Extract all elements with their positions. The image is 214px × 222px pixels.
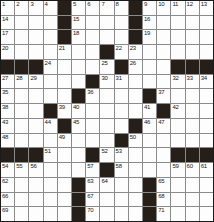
clue-number: 56 bbox=[30, 163, 36, 170]
crossword-cell[interactable]: 6 bbox=[86, 1, 99, 15]
crossword-cell[interactable] bbox=[186, 104, 199, 118]
crossword-cell[interactable]: 30 bbox=[100, 75, 113, 89]
crossword-cell[interactable]: 65 bbox=[157, 178, 170, 192]
crossword-cell[interactable]: 69 bbox=[1, 207, 14, 221]
crossword-cell[interactable]: 25 bbox=[100, 60, 113, 74]
crossword-cell[interactable] bbox=[29, 30, 42, 44]
clue-number: 54 bbox=[2, 163, 8, 170]
clue-number: 63 bbox=[87, 178, 93, 185]
crossword-cell[interactable]: 51 bbox=[44, 148, 57, 162]
clue-number: 29 bbox=[30, 75, 36, 82]
clue-number: 51 bbox=[45, 148, 51, 155]
crossword-cell[interactable] bbox=[157, 134, 170, 148]
crossword-cell[interactable]: 3 bbox=[29, 1, 42, 15]
black-square bbox=[58, 119, 71, 133]
crossword-cell[interactable]: 28 bbox=[15, 75, 28, 89]
crossword-cell[interactable] bbox=[29, 193, 42, 207]
crossword-cell[interactable] bbox=[44, 16, 57, 30]
clue-number: 66 bbox=[2, 193, 8, 200]
clue-number: 43 bbox=[2, 119, 8, 126]
crossword-cell[interactable] bbox=[186, 119, 199, 133]
crossword-cell[interactable]: 32 bbox=[171, 75, 184, 89]
crossword-cell[interactable] bbox=[200, 16, 213, 30]
crossword-cell[interactable] bbox=[143, 75, 156, 89]
crossword-cell[interactable] bbox=[58, 75, 71, 89]
black-square bbox=[143, 193, 156, 207]
crossword-cell[interactable] bbox=[15, 193, 28, 207]
crossword-cell[interactable] bbox=[171, 89, 184, 103]
crossword-cell[interactable]: 56 bbox=[29, 163, 42, 177]
crossword-cell[interactable] bbox=[15, 104, 28, 118]
crossword-cell[interactable]: 49 bbox=[58, 134, 71, 148]
clue-number: 8 bbox=[116, 1, 119, 8]
crossword-cell[interactable] bbox=[72, 148, 85, 162]
black-square bbox=[100, 163, 113, 177]
black-square bbox=[86, 148, 99, 162]
crossword-cell[interactable]: 71 bbox=[157, 207, 170, 221]
crossword-cell[interactable]: 62 bbox=[1, 178, 14, 192]
crossword-cell[interactable] bbox=[15, 16, 28, 30]
crossword-cell[interactable] bbox=[29, 134, 42, 148]
crossword-cell[interactable] bbox=[157, 148, 170, 162]
black-square bbox=[72, 89, 85, 103]
black-square bbox=[58, 16, 71, 30]
crossword-cell[interactable] bbox=[200, 193, 213, 207]
clue-number: 25 bbox=[101, 60, 107, 67]
clue-number: 7 bbox=[101, 1, 104, 8]
crossword-cell[interactable]: 59 bbox=[171, 163, 184, 177]
crossword-cell[interactable]: 18 bbox=[72, 30, 85, 44]
clue-number: 46 bbox=[144, 119, 150, 126]
crossword-cell[interactable] bbox=[186, 30, 199, 44]
black-square bbox=[186, 60, 199, 74]
crossword-cell[interactable] bbox=[72, 134, 85, 148]
crossword-cell[interactable]: 38 bbox=[1, 104, 14, 118]
crossword-cell[interactable] bbox=[115, 104, 128, 118]
crossword-cell[interactable] bbox=[115, 89, 128, 103]
clue-number: 37 bbox=[158, 89, 164, 96]
black-square bbox=[29, 148, 42, 162]
crossword-cell[interactable] bbox=[15, 119, 28, 133]
crossword-cell[interactable]: 64 bbox=[100, 178, 113, 192]
black-square bbox=[29, 60, 42, 74]
crossword-cell[interactable]: 29 bbox=[29, 75, 42, 89]
crossword-cell[interactable]: 68 bbox=[157, 193, 170, 207]
crossword-cell[interactable]: 33 bbox=[186, 75, 199, 89]
black-square bbox=[171, 60, 184, 74]
crossword-cell[interactable] bbox=[200, 89, 213, 103]
clue-number: 1 bbox=[2, 1, 5, 8]
crossword-cell[interactable] bbox=[86, 134, 99, 148]
clue-number: 60 bbox=[187, 163, 193, 170]
crossword-cell[interactable]: 1 bbox=[1, 1, 14, 15]
crossword-cell[interactable] bbox=[86, 60, 99, 74]
clue-number: 23 bbox=[130, 45, 136, 52]
crossword-cell[interactable]: 43 bbox=[1, 119, 14, 133]
crossword-cell[interactable] bbox=[86, 45, 99, 59]
clue-number: 71 bbox=[158, 207, 164, 214]
crossword-cell[interactable] bbox=[157, 60, 170, 74]
clue-number: 17 bbox=[2, 30, 8, 37]
crossword-cell[interactable]: 4 bbox=[44, 1, 57, 15]
crossword-cell[interactable] bbox=[157, 45, 170, 59]
crossword-cell[interactable]: 34 bbox=[200, 75, 213, 89]
crossword-board: 1234567891011121314151617181920212223242… bbox=[0, 0, 214, 222]
crossword-cell[interactable] bbox=[86, 16, 99, 30]
black-square bbox=[143, 207, 156, 221]
crossword-cell[interactable] bbox=[186, 207, 199, 221]
crossword-cell[interactable] bbox=[143, 134, 156, 148]
black-square bbox=[58, 1, 71, 15]
crossword-cell[interactable]: 63 bbox=[86, 178, 99, 192]
black-square bbox=[15, 60, 28, 74]
black-square bbox=[1, 148, 14, 162]
clue-number: 5 bbox=[73, 1, 76, 8]
crossword-cell[interactable] bbox=[29, 178, 42, 192]
clue-number: 69 bbox=[2, 207, 8, 214]
clue-number: 13 bbox=[201, 1, 207, 8]
clue-number: 12 bbox=[187, 1, 193, 8]
crossword-cell[interactable]: 5 bbox=[72, 1, 85, 15]
crossword-cell[interactable]: 14 bbox=[1, 16, 14, 30]
clue-number: 14 bbox=[2, 16, 8, 23]
crossword-cell[interactable] bbox=[171, 134, 184, 148]
crossword-cell[interactable] bbox=[115, 16, 128, 30]
clue-number: 64 bbox=[101, 178, 107, 185]
clue-number: 22 bbox=[116, 45, 122, 52]
crossword-cell[interactable] bbox=[44, 178, 57, 192]
crossword-cell[interactable] bbox=[44, 75, 57, 89]
black-square bbox=[72, 207, 85, 221]
clue-number: 70 bbox=[87, 207, 93, 214]
clue-number: 53 bbox=[116, 148, 122, 155]
clue-number: 10 bbox=[158, 1, 164, 8]
black-square bbox=[115, 60, 128, 74]
crossword-cell[interactable]: 27 bbox=[1, 75, 14, 89]
crossword-cell[interactable]: 11 bbox=[171, 1, 184, 15]
crossword-cell[interactable]: 39 bbox=[58, 104, 71, 118]
crossword-cell[interactable] bbox=[129, 193, 142, 207]
crossword-cell[interactable]: 36 bbox=[86, 89, 99, 103]
crossword-cell[interactable]: 8 bbox=[115, 1, 128, 15]
clue-number: 38 bbox=[2, 104, 8, 111]
crossword-cell[interactable] bbox=[186, 134, 199, 148]
clue-number: 26 bbox=[130, 60, 136, 67]
crossword-cell[interactable] bbox=[200, 30, 213, 44]
clue-number: 48 bbox=[2, 134, 8, 141]
crossword-cell[interactable]: 23 bbox=[129, 45, 142, 59]
clue-number: 45 bbox=[73, 119, 79, 126]
black-square bbox=[58, 30, 71, 44]
crossword-cell[interactable] bbox=[143, 163, 156, 177]
clue-number: 55 bbox=[16, 163, 22, 170]
crossword-cell[interactable] bbox=[186, 45, 199, 59]
crossword-cell[interactable] bbox=[157, 16, 170, 30]
black-square bbox=[129, 119, 142, 133]
crossword-cell[interactable]: 60 bbox=[186, 163, 199, 177]
crossword-cell[interactable]: 22 bbox=[115, 45, 128, 59]
crossword-cell[interactable] bbox=[44, 193, 57, 207]
crossword-cell[interactable] bbox=[143, 60, 156, 74]
crossword-cell[interactable]: 53 bbox=[115, 148, 128, 162]
crossword-cell[interactable] bbox=[129, 75, 142, 89]
crossword-cell[interactable]: 44 bbox=[44, 119, 57, 133]
crossword-cell[interactable] bbox=[115, 207, 128, 221]
black-square bbox=[200, 148, 213, 162]
clue-number: 21 bbox=[59, 45, 65, 52]
clue-number: 68 bbox=[158, 193, 164, 200]
crossword-cell[interactable] bbox=[171, 16, 184, 30]
clue-number: 42 bbox=[172, 104, 178, 111]
black-square bbox=[129, 16, 142, 30]
clue-number: 15 bbox=[73, 16, 79, 23]
black-square bbox=[44, 104, 57, 118]
crossword-cell[interactable]: 7 bbox=[100, 1, 113, 15]
crossword-cell[interactable] bbox=[129, 89, 142, 103]
crossword-cell[interactable] bbox=[58, 148, 71, 162]
crossword-cell[interactable] bbox=[157, 163, 170, 177]
crossword-cell[interactable] bbox=[100, 104, 113, 118]
crossword-cell[interactable]: 2 bbox=[15, 1, 28, 15]
clue-number: 65 bbox=[158, 178, 164, 185]
crossword-cell[interactable] bbox=[72, 45, 85, 59]
clue-number: 52 bbox=[101, 148, 107, 155]
clue-number: 49 bbox=[59, 134, 65, 141]
clue-number: 4 bbox=[45, 1, 48, 8]
crossword-cell[interactable] bbox=[171, 207, 184, 221]
crossword-cell[interactable] bbox=[44, 30, 57, 44]
crossword-cell[interactable] bbox=[44, 134, 57, 148]
crossword-cell[interactable] bbox=[44, 89, 57, 103]
crossword-cell[interactable] bbox=[58, 163, 71, 177]
clue-number: 39 bbox=[59, 104, 65, 111]
crossword-cell[interactable] bbox=[200, 207, 213, 221]
crossword-cell[interactable] bbox=[200, 134, 213, 148]
crossword-cell[interactable] bbox=[186, 16, 199, 30]
crossword-cell[interactable]: 47 bbox=[157, 119, 170, 133]
crossword-cell[interactable] bbox=[129, 104, 142, 118]
crossword-cell[interactable] bbox=[29, 119, 42, 133]
clue-number: 67 bbox=[87, 193, 93, 200]
clue-number: 58 bbox=[116, 163, 122, 170]
clue-number: 3 bbox=[30, 1, 33, 8]
crossword-cell[interactable] bbox=[86, 119, 99, 133]
crossword-cell[interactable] bbox=[115, 178, 128, 192]
crossword-cell[interactable]: 16 bbox=[143, 16, 156, 30]
crossword-cell[interactable] bbox=[44, 163, 57, 177]
black-square bbox=[129, 30, 142, 44]
crossword-cell[interactable] bbox=[186, 193, 199, 207]
crossword-cell[interactable] bbox=[15, 178, 28, 192]
clue-number: 18 bbox=[73, 30, 79, 37]
clue-number: 9 bbox=[144, 1, 147, 8]
crossword-cell[interactable] bbox=[29, 104, 42, 118]
crossword-cell[interactable] bbox=[15, 45, 28, 59]
crossword-cell[interactable] bbox=[15, 89, 28, 103]
crossword-cell[interactable] bbox=[44, 45, 57, 59]
crossword-cell[interactable] bbox=[171, 45, 184, 59]
black-square bbox=[186, 148, 199, 162]
crossword-cell[interactable] bbox=[58, 193, 71, 207]
crossword-cell[interactable] bbox=[200, 104, 213, 118]
crossword-cell[interactable] bbox=[200, 178, 213, 192]
crossword-cell[interactable] bbox=[72, 75, 85, 89]
crossword-cell[interactable] bbox=[115, 30, 128, 44]
crossword-cell[interactable]: 57 bbox=[86, 163, 99, 177]
clue-number: 41 bbox=[144, 104, 150, 111]
clue-number: 2 bbox=[16, 1, 19, 8]
crossword-cell[interactable] bbox=[58, 178, 71, 192]
crossword-cell[interactable]: 42 bbox=[171, 104, 184, 118]
crossword-cell[interactable]: 55 bbox=[15, 163, 28, 177]
crossword-cell[interactable]: 9 bbox=[143, 1, 156, 15]
crossword-cell[interactable] bbox=[100, 193, 113, 207]
black-square bbox=[1, 60, 14, 74]
clue-number: 33 bbox=[187, 75, 193, 82]
clue-number: 36 bbox=[87, 89, 93, 96]
crossword-cell[interactable] bbox=[171, 193, 184, 207]
crossword-cell[interactable] bbox=[129, 178, 142, 192]
black-square bbox=[72, 193, 85, 207]
crossword-cell[interactable]: 52 bbox=[100, 148, 113, 162]
black-square bbox=[15, 148, 28, 162]
clue-number: 20 bbox=[2, 45, 8, 52]
crossword-cell[interactable] bbox=[29, 89, 42, 103]
crossword-cell[interactable]: 19 bbox=[143, 30, 156, 44]
black-square bbox=[171, 148, 184, 162]
crossword-cell[interactable]: 66 bbox=[1, 193, 14, 207]
crossword-cell[interactable] bbox=[15, 30, 28, 44]
crossword-cell[interactable] bbox=[100, 16, 113, 30]
clue-number: 62 bbox=[2, 178, 8, 185]
crossword-cell[interactable] bbox=[200, 119, 213, 133]
black-square bbox=[86, 75, 99, 89]
crossword-cell[interactable] bbox=[58, 207, 71, 221]
crossword-cell[interactable]: 54 bbox=[1, 163, 14, 177]
black-square bbox=[143, 178, 156, 192]
crossword-cell[interactable]: 12 bbox=[186, 1, 199, 15]
clue-number: 61 bbox=[201, 163, 207, 170]
clue-number: 6 bbox=[87, 1, 90, 8]
clue-number: 59 bbox=[172, 163, 178, 170]
crossword-cell[interactable]: 21 bbox=[58, 45, 71, 59]
crossword-cell[interactable] bbox=[15, 134, 28, 148]
crossword-cell[interactable] bbox=[171, 30, 184, 44]
crossword-cell[interactable] bbox=[72, 60, 85, 74]
crossword-cell[interactable] bbox=[72, 163, 85, 177]
crossword-cell[interactable]: 13 bbox=[200, 1, 213, 15]
clue-number: 34 bbox=[201, 75, 207, 82]
crossword-cell[interactable] bbox=[200, 45, 213, 59]
crossword-cell[interactable] bbox=[100, 134, 113, 148]
crossword-cell[interactable] bbox=[171, 119, 184, 133]
crossword-cell[interactable] bbox=[157, 30, 170, 44]
crossword-cell[interactable] bbox=[100, 30, 113, 44]
crossword-cell[interactable]: 46 bbox=[143, 119, 156, 133]
crossword-cell[interactable]: 70 bbox=[86, 207, 99, 221]
crossword-cell[interactable]: 67 bbox=[86, 193, 99, 207]
clue-number: 19 bbox=[144, 30, 150, 37]
clue-number: 40 bbox=[73, 104, 79, 111]
crossword-cell[interactable] bbox=[86, 104, 99, 118]
black-square bbox=[157, 104, 170, 118]
crossword-cell[interactable] bbox=[129, 207, 142, 221]
clue-number: 44 bbox=[45, 119, 51, 126]
crossword-cell[interactable]: 35 bbox=[1, 89, 14, 103]
crossword-cell[interactable]: 58 bbox=[115, 163, 128, 177]
crossword-cell[interactable] bbox=[143, 148, 156, 162]
black-square bbox=[72, 178, 85, 192]
clue-number: 30 bbox=[101, 75, 107, 82]
clue-number: 27 bbox=[2, 75, 8, 82]
crossword-cell[interactable] bbox=[100, 89, 113, 103]
black-square bbox=[143, 89, 156, 103]
black-square bbox=[100, 45, 113, 59]
crossword-cell[interactable]: 50 bbox=[129, 134, 142, 148]
crossword-cell[interactable]: 45 bbox=[72, 119, 85, 133]
crossword-cell[interactable]: 17 bbox=[1, 30, 14, 44]
clue-number: 57 bbox=[87, 163, 93, 170]
black-square bbox=[129, 1, 142, 15]
crossword-cell[interactable]: 26 bbox=[129, 60, 142, 74]
crossword-cell[interactable] bbox=[115, 119, 128, 133]
crossword-cell[interactable] bbox=[186, 89, 199, 103]
clue-number: 31 bbox=[116, 75, 122, 82]
crossword-cell[interactable] bbox=[29, 207, 42, 221]
crossword-cell[interactable] bbox=[143, 45, 156, 59]
crossword-cell[interactable] bbox=[186, 178, 199, 192]
crossword-cell[interactable]: 31 bbox=[115, 75, 128, 89]
black-square bbox=[115, 134, 128, 148]
crossword-cell[interactable] bbox=[58, 60, 71, 74]
crossword-cell[interactable]: 48 bbox=[1, 134, 14, 148]
crossword-cell[interactable] bbox=[29, 45, 42, 59]
crossword-cell[interactable]: 15 bbox=[72, 16, 85, 30]
clue-number: 35 bbox=[2, 89, 8, 96]
crossword-cell[interactable] bbox=[129, 148, 142, 162]
clue-number: 24 bbox=[45, 60, 51, 67]
crossword-cell[interactable] bbox=[15, 207, 28, 221]
crossword-cell[interactable]: 10 bbox=[157, 1, 170, 15]
clue-number: 16 bbox=[144, 16, 150, 23]
crossword-cell[interactable]: 41 bbox=[143, 104, 156, 118]
crossword-cell[interactable] bbox=[29, 16, 42, 30]
crossword-cell[interactable] bbox=[157, 75, 170, 89]
crossword-cell[interactable]: 40 bbox=[72, 104, 85, 118]
crossword-cell[interactable]: 61 bbox=[200, 163, 213, 177]
crossword-cell[interactable] bbox=[129, 163, 142, 177]
crossword-cell[interactable] bbox=[100, 207, 113, 221]
clue-number: 50 bbox=[130, 134, 136, 141]
crossword-cell[interactable]: 37 bbox=[157, 89, 170, 103]
crossword-cell[interactable] bbox=[171, 178, 184, 192]
clue-number: 47 bbox=[158, 119, 164, 126]
crossword-cell[interactable] bbox=[58, 89, 71, 103]
crossword-cell[interactable]: 20 bbox=[1, 45, 14, 59]
black-square bbox=[200, 60, 213, 74]
clue-number: 28 bbox=[16, 75, 22, 82]
clue-number: 32 bbox=[172, 75, 178, 82]
crossword-cell[interactable] bbox=[115, 193, 128, 207]
crossword-cell[interactable] bbox=[44, 207, 57, 221]
clue-number: 11 bbox=[172, 1, 178, 8]
crossword-cell[interactable]: 24 bbox=[44, 60, 57, 74]
crossword-cell[interactable] bbox=[100, 119, 113, 133]
crossword-cell[interactable] bbox=[86, 30, 99, 44]
